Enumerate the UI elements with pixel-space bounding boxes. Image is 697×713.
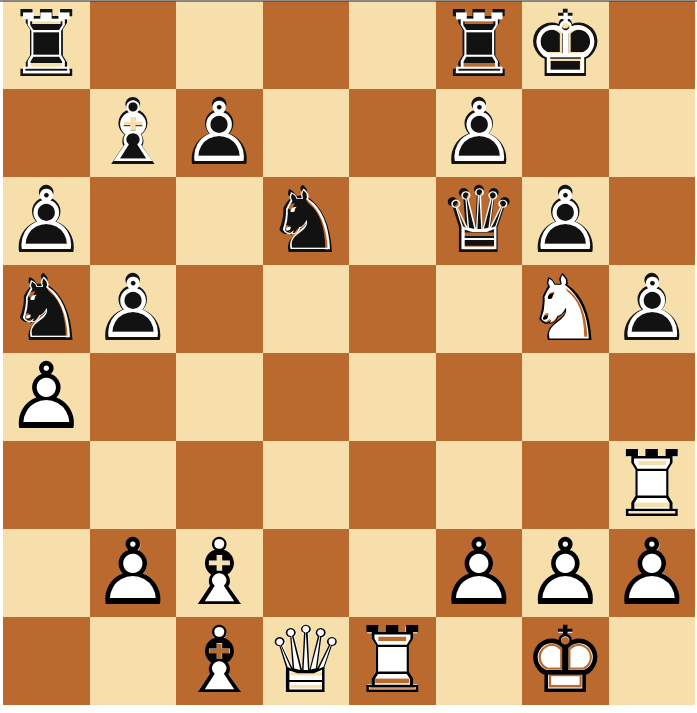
piece-glyph-fill: ♞ — [523, 266, 607, 351]
square-f3[interactable] — [436, 441, 523, 529]
piece-white-rook[interactable]: ♜♖ — [349, 617, 436, 705]
piece-black-knight[interactable]: ♞♘ — [263, 177, 350, 265]
square-g6[interactable]: ♟♙ — [522, 177, 609, 265]
square-c1[interactable]: ♝♗ — [176, 617, 263, 705]
square-b8[interactable] — [90, 1, 177, 89]
piece-glyph-fill: ♟ — [610, 530, 694, 615]
square-e1[interactable]: ♜♖ — [349, 617, 436, 705]
square-f5[interactable] — [436, 265, 523, 353]
square-g4[interactable] — [522, 353, 609, 441]
piece-white-pawn[interactable]: ♟♙ — [522, 529, 609, 617]
piece-white-knight[interactable]: ♞♘ — [522, 265, 609, 353]
piece-black-pawn[interactable]: ♟♙ — [176, 89, 263, 177]
piece-black-pawn[interactable]: ♟♙ — [522, 177, 609, 265]
square-a8[interactable]: ♜♖ — [3, 1, 90, 89]
square-g8[interactable]: ♚♔ — [522, 1, 609, 89]
square-h1[interactable] — [609, 617, 696, 705]
square-a3[interactable] — [3, 441, 90, 529]
square-b7[interactable]: ♝♗ — [90, 89, 177, 177]
square-a6[interactable]: ♟♙ — [3, 177, 90, 265]
piece-glyph-detail: ♖ — [440, 5, 518, 84]
top-edge-line — [0, 0, 697, 2]
piece-glyph-fill: ♟ — [91, 530, 175, 615]
square-a1[interactable] — [3, 617, 90, 705]
square-d7[interactable] — [263, 89, 350, 177]
square-d5[interactable] — [263, 265, 350, 353]
piece-white-pawn[interactable]: ♟♙ — [609, 529, 696, 617]
square-a4[interactable]: ♟♙ — [3, 353, 90, 441]
square-a2[interactable] — [3, 529, 90, 617]
square-c6[interactable] — [176, 177, 263, 265]
piece-glyph-fill: ♟ — [609, 265, 696, 353]
piece-glyph-fill: ♟ — [522, 177, 609, 265]
square-e5[interactable] — [349, 265, 436, 353]
square-e2[interactable] — [349, 529, 436, 617]
square-d4[interactable] — [263, 353, 350, 441]
piece-glyph-fill: ♟ — [176, 89, 263, 177]
square-h3[interactable]: ♜♖ — [609, 441, 696, 529]
piece-black-bishop[interactable]: ♝♗ — [90, 89, 177, 177]
piece-glyph-detail: ♘ — [7, 269, 85, 348]
piece-white-bishop[interactable]: ♝♗ — [176, 529, 263, 617]
piece-glyph-outline: ♕ — [263, 617, 350, 705]
piece-glyph-detail: ♙ — [526, 181, 604, 260]
piece-glyph-fill: ♟ — [437, 530, 521, 615]
piece-glyph-detail: ♘ — [267, 181, 345, 260]
piece-glyph-fill: ♟ — [90, 265, 177, 353]
piece-glyph-fill: ♜ — [3, 1, 90, 89]
piece-glyph-fill: ♝ — [177, 530, 261, 615]
square-c4[interactable] — [176, 353, 263, 441]
square-a7[interactable] — [3, 89, 90, 177]
piece-glyph-detail: ♖ — [7, 5, 85, 84]
square-c3[interactable] — [176, 441, 263, 529]
piece-glyph-fill: ♞ — [263, 177, 350, 265]
piece-black-pawn[interactable]: ♟♙ — [3, 177, 90, 265]
piece-glyph-fill: ♜ — [610, 442, 694, 527]
piece-glyph-fill: ♜ — [436, 1, 523, 89]
piece-glyph-detail: ♙ — [613, 269, 691, 348]
piece-glyph-outline: ♙ — [522, 529, 609, 617]
square-d6[interactable]: ♞♘ — [263, 177, 350, 265]
piece-black-king[interactable]: ♚♔ — [522, 1, 609, 89]
piece-white-rook[interactable]: ♜♖ — [609, 441, 696, 529]
piece-glyph-outline: ♖ — [609, 441, 696, 529]
chess-board: ♜♖♜♖♚♔♝♗♟♙♟♙♟♙♞♘♛♕♟♙♞♘♟♙♞♘♟♙♟♙♜♖♟♙♝♗♟♙♟♙… — [3, 1, 695, 705]
piece-black-pawn[interactable]: ♟♙ — [436, 89, 523, 177]
piece-glyph-fill: ♝ — [177, 618, 261, 703]
square-h6[interactable] — [609, 177, 696, 265]
piece-glyph-detail: ♙ — [7, 181, 85, 260]
piece-glyph-outline: ♘ — [522, 265, 609, 353]
square-g1[interactable]: ♚♔ — [522, 617, 609, 705]
piece-glyph-detail: ♙ — [180, 93, 258, 172]
square-g5[interactable]: ♞♘ — [522, 265, 609, 353]
piece-glyph-fill: ♜ — [350, 618, 434, 703]
piece-glyph-outline: ♔ — [522, 617, 609, 705]
piece-glyph-outline: ♙ — [3, 353, 90, 441]
square-b4[interactable] — [90, 353, 177, 441]
piece-white-bishop[interactable]: ♝♗ — [176, 617, 263, 705]
piece-glyph-outline: ♗ — [176, 529, 263, 617]
piece-glyph-detail: ♗ — [94, 93, 172, 172]
square-c8[interactable] — [176, 1, 263, 89]
piece-glyph-fill: ♛ — [436, 177, 523, 265]
piece-glyph-outline: ♙ — [90, 529, 177, 617]
square-e8[interactable] — [349, 1, 436, 89]
piece-white-queen[interactable]: ♛♕ — [263, 617, 350, 705]
square-d2[interactable] — [263, 529, 350, 617]
piece-glyph-detail: ♙ — [440, 93, 518, 172]
square-f4[interactable] — [436, 353, 523, 441]
piece-glyph-outline: ♙ — [609, 529, 696, 617]
piece-white-pawn[interactable]: ♟♙ — [90, 529, 177, 617]
piece-glyph-detail: ♕ — [440, 181, 518, 260]
piece-glyph-outline: ♖ — [349, 617, 436, 705]
piece-black-pawn[interactable]: ♟♙ — [609, 265, 696, 353]
square-g7[interactable] — [522, 89, 609, 177]
square-b1[interactable] — [90, 617, 177, 705]
square-b5[interactable]: ♟♙ — [90, 265, 177, 353]
square-f6[interactable]: ♛♕ — [436, 177, 523, 265]
square-f1[interactable] — [436, 617, 523, 705]
square-d8[interactable] — [263, 1, 350, 89]
piece-glyph-fill: ♟ — [3, 177, 90, 265]
piece-glyph-outline: ♙ — [436, 529, 523, 617]
square-b3[interactable] — [90, 441, 177, 529]
square-h5[interactable]: ♟♙ — [609, 265, 696, 353]
piece-white-pawn[interactable]: ♟♙ — [436, 529, 523, 617]
piece-glyph-fill: ♚ — [523, 618, 607, 703]
square-b2[interactable]: ♟♙ — [90, 529, 177, 617]
square-e4[interactable] — [349, 353, 436, 441]
square-c7[interactable]: ♟♙ — [176, 89, 263, 177]
square-e6[interactable] — [349, 177, 436, 265]
piece-white-king[interactable]: ♚♔ — [522, 617, 609, 705]
square-a5[interactable]: ♞♘ — [3, 265, 90, 353]
piece-black-pawn[interactable]: ♟♙ — [90, 265, 177, 353]
square-h8[interactable] — [609, 1, 696, 89]
piece-black-rook[interactable]: ♜♖ — [436, 1, 523, 89]
piece-black-queen[interactable]: ♛♕ — [436, 177, 523, 265]
piece-glyph-fill: ♟ — [4, 354, 88, 439]
square-c2[interactable]: ♝♗ — [176, 529, 263, 617]
square-e3[interactable] — [349, 441, 436, 529]
square-c5[interactable] — [176, 265, 263, 353]
piece-glyph-fill: ♛ — [264, 618, 348, 703]
square-h4[interactable] — [609, 353, 696, 441]
square-f2[interactable]: ♟♙ — [436, 529, 523, 617]
page: ♜♖♜♖♚♔♝♗♟♙♟♙♟♙♞♘♛♕♟♙♞♘♟♙♞♘♟♙♟♙♜♖♟♙♝♗♟♙♟♙… — [0, 0, 697, 713]
piece-glyph-fill: ♟ — [436, 89, 523, 177]
piece-glyph-detail: ♙ — [94, 269, 172, 348]
piece-glyph-fill: ♟ — [523, 530, 607, 615]
square-d1[interactable]: ♛♕ — [263, 617, 350, 705]
square-g3[interactable] — [522, 441, 609, 529]
square-d3[interactable] — [263, 441, 350, 529]
square-g2[interactable]: ♟♙ — [522, 529, 609, 617]
piece-glyph-fill: ♝ — [90, 89, 177, 177]
square-h7[interactable] — [609, 89, 696, 177]
square-f7[interactable]: ♟♙ — [436, 89, 523, 177]
square-b6[interactable] — [90, 177, 177, 265]
piece-glyph-fill: ♞ — [3, 265, 90, 353]
piece-glyph-outline: ♗ — [176, 617, 263, 705]
piece-glyph-fill: ♚ — [522, 1, 609, 89]
square-e7[interactable] — [349, 89, 436, 177]
piece-glyph-detail: ♔ — [526, 5, 604, 84]
square-f8[interactable]: ♜♖ — [436, 1, 523, 89]
piece-black-knight[interactable]: ♞♘ — [3, 265, 90, 353]
piece-black-rook[interactable]: ♜♖ — [3, 1, 90, 89]
piece-white-pawn[interactable]: ♟♙ — [3, 353, 90, 441]
square-h2[interactable]: ♟♙ — [609, 529, 696, 617]
